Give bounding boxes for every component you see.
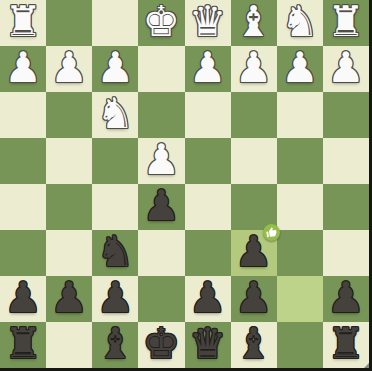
black-rook[interactable]: ♜ xyxy=(4,323,42,365)
square-c1[interactable]: ♝ xyxy=(231,0,277,46)
square-d3[interactable] xyxy=(185,92,231,138)
black-pawn[interactable]: ♟ xyxy=(96,277,134,319)
square-d5[interactable] xyxy=(185,184,231,230)
square-e2[interactable] xyxy=(138,46,184,92)
white-queen[interactable]: ♛ xyxy=(189,1,227,43)
square-a2[interactable]: ♟ xyxy=(323,46,369,92)
black-queen[interactable]: ♛ xyxy=(189,323,227,365)
square-e5[interactable]: ♟ xyxy=(138,184,184,230)
white-knight[interactable]: ♞ xyxy=(96,93,134,135)
square-a1[interactable]: ♜ xyxy=(323,0,369,46)
black-pawn[interactable]: ♟ xyxy=(189,277,227,319)
black-knight[interactable]: ♞ xyxy=(96,231,134,273)
square-a8[interactable]: ♜ xyxy=(323,322,369,368)
square-a7[interactable]: ♟ xyxy=(323,276,369,322)
square-f6[interactable]: ♞ xyxy=(92,230,138,276)
square-f7[interactable]: ♟ xyxy=(92,276,138,322)
square-g7[interactable]: ♟ xyxy=(46,276,92,322)
square-e1[interactable]: ♚ xyxy=(138,0,184,46)
white-rook[interactable]: ♜ xyxy=(327,1,365,43)
white-knight[interactable]: ♞ xyxy=(281,1,319,43)
square-g4[interactable] xyxy=(46,138,92,184)
square-c3[interactable] xyxy=(231,92,277,138)
white-bishop[interactable]: ♝ xyxy=(235,1,273,43)
black-bishop[interactable]: ♝ xyxy=(96,323,134,365)
square-e8[interactable]: ♚ xyxy=(138,322,184,368)
chess-app-stage: ♜♚♛♝♞♜♟♟♟♟♟♟♟♞♟♟♞♟♟♟♟♟♟♟♜♝♚♛♝♜ xyxy=(0,0,372,371)
square-b3[interactable] xyxy=(277,92,323,138)
square-g5[interactable] xyxy=(46,184,92,230)
square-b2[interactable]: ♟ xyxy=(277,46,323,92)
square-d7[interactable]: ♟ xyxy=(185,276,231,322)
square-h1[interactable]: ♜ xyxy=(0,0,46,46)
square-e7[interactable] xyxy=(138,276,184,322)
square-a6[interactable] xyxy=(323,230,369,276)
white-pawn[interactable]: ♟ xyxy=(4,47,42,89)
square-d1[interactable]: ♛ xyxy=(185,0,231,46)
square-h4[interactable] xyxy=(0,138,46,184)
board-resize-handle[interactable] xyxy=(364,363,369,368)
square-h7[interactable]: ♟ xyxy=(0,276,46,322)
square-b8[interactable] xyxy=(277,322,323,368)
white-pawn[interactable]: ♟ xyxy=(96,47,134,89)
black-pawn[interactable]: ♟ xyxy=(143,185,181,227)
white-pawn[interactable]: ♟ xyxy=(281,47,319,89)
square-d8[interactable]: ♛ xyxy=(185,322,231,368)
black-pawn[interactable]: ♟ xyxy=(50,277,88,319)
black-pawn[interactable]: ♟ xyxy=(4,277,42,319)
square-h6[interactable] xyxy=(0,230,46,276)
thumbs-up-icon xyxy=(266,227,277,238)
square-d2[interactable]: ♟ xyxy=(185,46,231,92)
square-a4[interactable] xyxy=(323,138,369,184)
black-king[interactable]: ♚ xyxy=(143,323,181,365)
square-h8[interactable]: ♜ xyxy=(0,322,46,368)
square-f3[interactable]: ♞ xyxy=(92,92,138,138)
square-g2[interactable]: ♟ xyxy=(46,46,92,92)
white-pawn[interactable]: ♟ xyxy=(143,139,181,181)
square-c7[interactable]: ♟ xyxy=(231,276,277,322)
square-e3[interactable] xyxy=(138,92,184,138)
square-e4[interactable]: ♟ xyxy=(138,138,184,184)
square-h3[interactable] xyxy=(0,92,46,138)
square-b7[interactable] xyxy=(277,276,323,322)
square-c2[interactable]: ♟ xyxy=(231,46,277,92)
square-e6[interactable] xyxy=(138,230,184,276)
square-g6[interactable] xyxy=(46,230,92,276)
square-b4[interactable] xyxy=(277,138,323,184)
square-h2[interactable]: ♟ xyxy=(0,46,46,92)
square-f4[interactable] xyxy=(92,138,138,184)
square-d6[interactable] xyxy=(185,230,231,276)
white-pawn[interactable]: ♟ xyxy=(235,47,273,89)
square-g8[interactable] xyxy=(46,322,92,368)
square-g1[interactable] xyxy=(46,0,92,46)
square-g3[interactable] xyxy=(46,92,92,138)
black-pawn[interactable]: ♟ xyxy=(327,277,365,319)
square-a3[interactable] xyxy=(323,92,369,138)
white-pawn[interactable]: ♟ xyxy=(189,47,227,89)
square-b6[interactable] xyxy=(277,230,323,276)
square-c8[interactable]: ♝ xyxy=(231,322,277,368)
white-king[interactable]: ♚ xyxy=(143,1,181,43)
white-rook[interactable]: ♜ xyxy=(4,1,42,43)
good-move-badge xyxy=(263,224,280,241)
square-f8[interactable]: ♝ xyxy=(92,322,138,368)
square-f5[interactable] xyxy=(92,184,138,230)
black-bishop[interactable]: ♝ xyxy=(235,323,273,365)
square-h5[interactable] xyxy=(0,184,46,230)
square-d4[interactable] xyxy=(185,138,231,184)
black-rook[interactable]: ♜ xyxy=(327,323,365,365)
white-pawn[interactable]: ♟ xyxy=(327,47,365,89)
square-b5[interactable] xyxy=(277,184,323,230)
white-pawn[interactable]: ♟ xyxy=(50,47,88,89)
square-c4[interactable] xyxy=(231,138,277,184)
square-b1[interactable]: ♞ xyxy=(277,0,323,46)
square-f2[interactable]: ♟ xyxy=(92,46,138,92)
chess-board[interactable]: ♜♚♛♝♞♜♟♟♟♟♟♟♟♞♟♟♞♟♟♟♟♟♟♟♜♝♚♛♝♜ xyxy=(0,0,369,368)
square-a5[interactable] xyxy=(323,184,369,230)
black-pawn[interactable]: ♟ xyxy=(235,277,273,319)
square-f1[interactable] xyxy=(92,0,138,46)
